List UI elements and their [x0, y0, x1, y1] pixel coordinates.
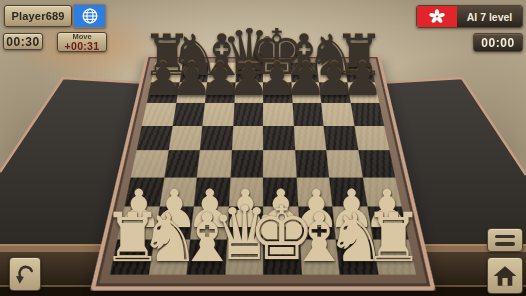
globe-button[interactable] [73, 4, 106, 28]
player-name-panel: Player689 [4, 5, 72, 27]
square-d8[interactable] [235, 63, 263, 82]
square-b4[interactable] [164, 150, 200, 177]
square-g1[interactable] [336, 239, 378, 275]
move-bonus-time: +00:31 [65, 41, 100, 52]
square-e6[interactable] [263, 103, 293, 126]
square-c6[interactable] [202, 103, 233, 126]
square-g3[interactable] [329, 177, 367, 206]
square-d1[interactable] [225, 239, 263, 275]
white-clock-time: 00:30 [6, 35, 40, 49]
move-bonus-panel: Move +00:31 [57, 32, 107, 52]
square-e2[interactable] [263, 206, 299, 238]
square-g7[interactable] [319, 82, 350, 103]
square-d7[interactable] [234, 82, 263, 103]
globe-icon [80, 6, 100, 26]
game-stage: ♜♞♝♛♚♝♞♜♟♟♟♟♟♟♟♟♟♟♟♟♟♟♟♟♜♞♝♛♚♝♞♜ Player6… [0, 0, 526, 296]
square-e4[interactable] [263, 150, 296, 177]
square-f8[interactable] [290, 63, 319, 82]
square-f6[interactable] [292, 103, 323, 126]
square-b8[interactable] [179, 63, 209, 82]
square-h4[interactable] [358, 150, 395, 177]
chessboard[interactable] [90, 55, 436, 291]
square-c2[interactable] [190, 206, 228, 238]
undo-button[interactable] [9, 257, 41, 291]
square-g2[interactable] [332, 206, 372, 238]
square-a1[interactable] [110, 239, 154, 275]
home-icon [492, 263, 518, 289]
hong-kong-flag-icon [417, 6, 457, 27]
square-d2[interactable] [227, 206, 263, 238]
menu-icon [495, 235, 515, 239]
square-h1[interactable] [372, 239, 416, 275]
square-d6[interactable] [233, 103, 263, 126]
square-f7[interactable] [291, 82, 321, 103]
square-c7[interactable] [205, 82, 235, 103]
square-c5[interactable] [200, 126, 233, 151]
white-clock: 00:30 [3, 33, 43, 50]
opponent-name: AI 7 level [457, 6, 522, 27]
square-e7[interactable] [263, 82, 292, 103]
square-b7[interactable] [176, 82, 207, 103]
square-a2[interactable] [118, 206, 160, 238]
square-g6[interactable] [321, 103, 354, 126]
square-f1[interactable] [299, 239, 339, 275]
square-b1[interactable] [148, 239, 190, 275]
square-b5[interactable] [168, 126, 202, 151]
opponent-panel: AI 7 level [416, 5, 523, 28]
square-h3[interactable] [362, 177, 401, 206]
black-clock-time: 00:00 [481, 36, 515, 50]
square-b6[interactable] [172, 103, 205, 126]
square-f4[interactable] [295, 150, 329, 177]
square-a3[interactable] [125, 177, 164, 206]
square-e1[interactable] [263, 239, 301, 275]
square-e3[interactable] [263, 177, 298, 206]
square-h8[interactable] [344, 63, 375, 82]
board-squares[interactable] [110, 63, 416, 275]
square-c3[interactable] [194, 177, 230, 206]
square-g5[interactable] [324, 126, 358, 151]
square-a8[interactable] [151, 63, 182, 82]
square-g4[interactable] [326, 150, 362, 177]
square-e5[interactable] [263, 126, 295, 151]
square-a6[interactable] [142, 103, 176, 126]
square-a7[interactable] [147, 82, 179, 103]
square-f5[interactable] [293, 126, 326, 151]
square-h2[interactable] [367, 206, 409, 238]
black-clock: 00:00 [473, 33, 523, 52]
home-button[interactable] [487, 257, 523, 294]
square-d5[interactable] [231, 126, 263, 151]
player-name: Player689 [11, 10, 64, 22]
square-b2[interactable] [154, 206, 194, 238]
square-h5[interactable] [354, 126, 390, 151]
square-b3[interactable] [159, 177, 197, 206]
square-e8[interactable] [263, 63, 291, 82]
square-g8[interactable] [317, 63, 347, 82]
square-h6[interactable] [350, 103, 384, 126]
square-h7[interactable] [347, 82, 379, 103]
square-f3[interactable] [296, 177, 332, 206]
square-a4[interactable] [131, 150, 168, 177]
menu-button[interactable] [487, 228, 523, 252]
square-c1[interactable] [186, 239, 226, 275]
square-d4[interactable] [230, 150, 263, 177]
undo-arrow-icon [13, 261, 37, 287]
square-c8[interactable] [207, 63, 236, 82]
square-c4[interactable] [197, 150, 231, 177]
square-a5[interactable] [137, 126, 173, 151]
square-d3[interactable] [228, 177, 263, 206]
square-f2[interactable] [298, 206, 336, 238]
